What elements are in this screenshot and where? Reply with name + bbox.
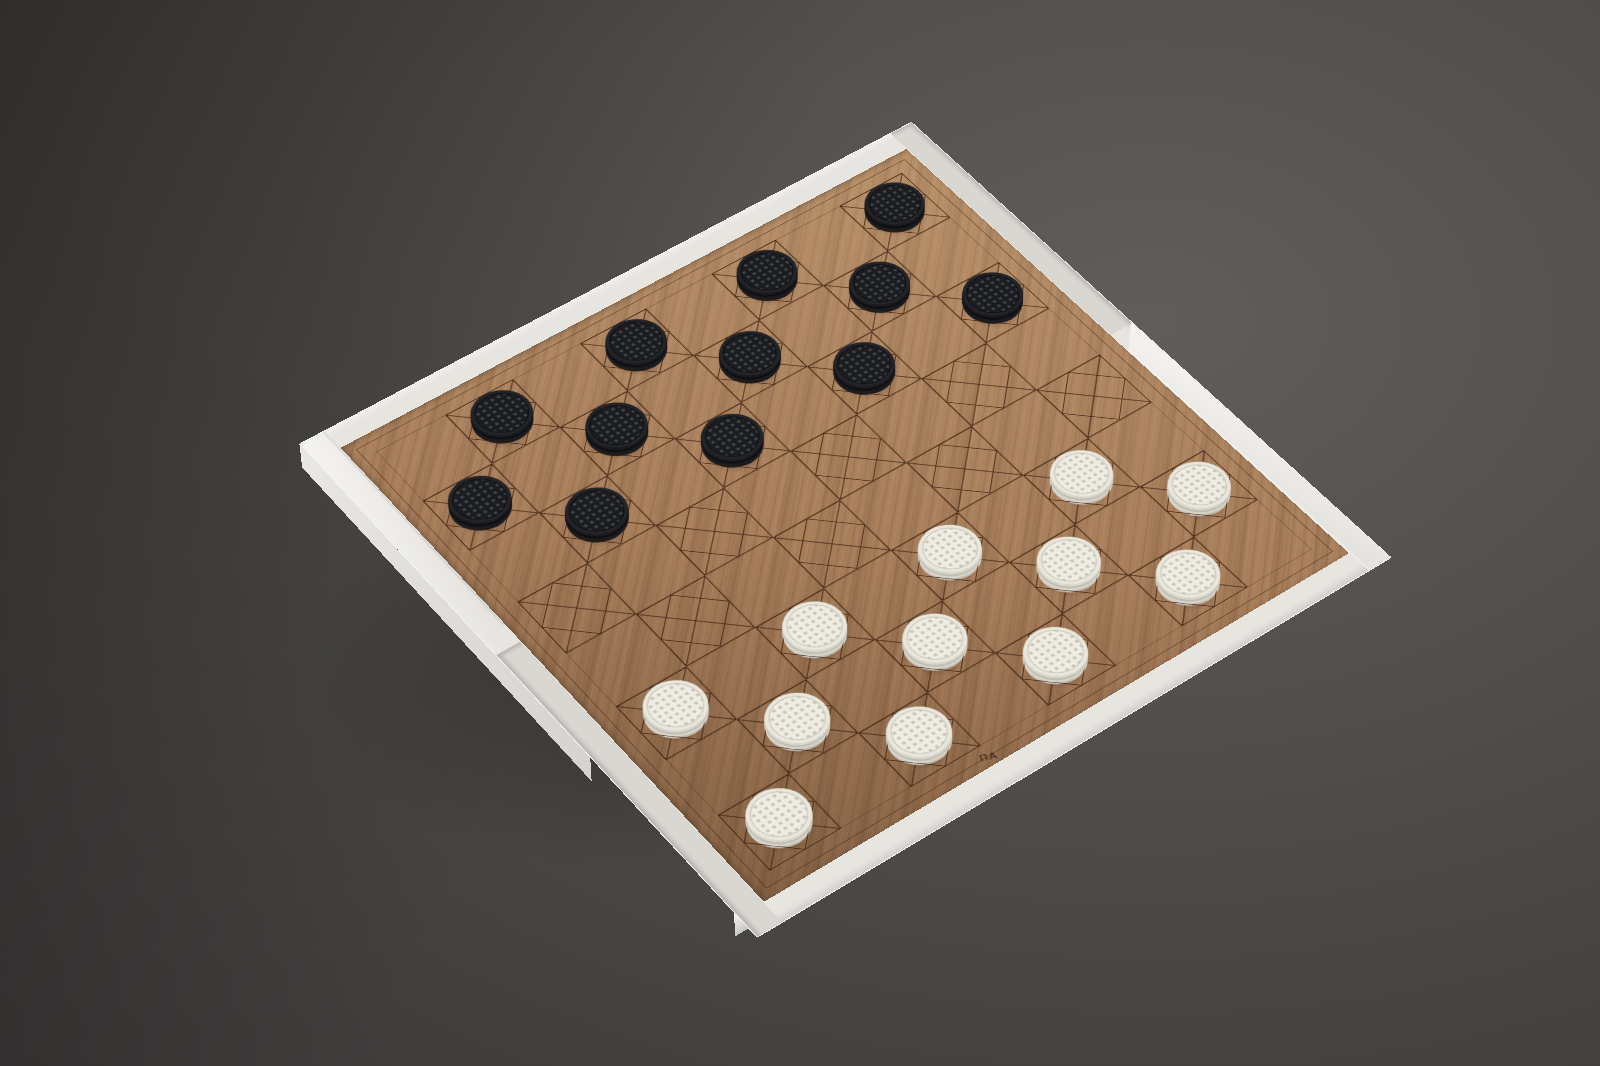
checker-white [1037,448,1126,514]
square-h4 [1036,355,1151,439]
piece-top-face [573,393,661,457]
photo-backdrop: ΠA [0,0,1600,1066]
